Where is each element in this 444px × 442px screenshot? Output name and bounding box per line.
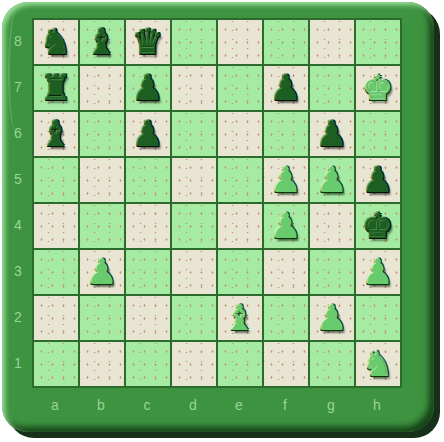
square-c7[interactable]: ♟ <box>126 66 170 110</box>
piece-black-pawn-g6[interactable]: ♟ <box>316 112 347 156</box>
chess-app: 87654321 ♞♝♛♜♟♟♚♝♟♟♟♟♟♟♚♟♟♝♟♞ abcdefgh <box>0 0 444 442</box>
file-label-e: e <box>216 390 262 420</box>
square-g3[interactable] <box>310 250 354 294</box>
square-e6[interactable] <box>218 112 262 156</box>
square-h7[interactable]: ♚ <box>356 66 400 110</box>
piece-black-bishop-a6[interactable]: ♝ <box>40 112 71 156</box>
square-g4[interactable] <box>310 204 354 248</box>
square-e7[interactable] <box>218 66 262 110</box>
square-g5[interactable]: ♟ <box>310 158 354 202</box>
square-d5[interactable] <box>172 158 216 202</box>
square-c6[interactable]: ♟ <box>126 112 170 156</box>
square-d6[interactable] <box>172 112 216 156</box>
square-g2[interactable]: ♟ <box>310 296 354 340</box>
square-e4[interactable] <box>218 204 262 248</box>
piece-black-knight-a8[interactable]: ♞ <box>40 20 71 64</box>
piece-black-pawn-h5[interactable]: ♟ <box>362 158 393 202</box>
piece-white-pawn-f4[interactable]: ♟ <box>270 204 301 248</box>
square-d7[interactable] <box>172 66 216 110</box>
piece-white-knight-h1[interactable]: ♞ <box>362 342 393 386</box>
square-g7[interactable] <box>310 66 354 110</box>
square-a8[interactable]: ♞ <box>34 20 78 64</box>
square-a3[interactable] <box>34 250 78 294</box>
square-c8[interactable]: ♛ <box>126 20 170 64</box>
piece-white-pawn-f5[interactable]: ♟ <box>270 158 301 202</box>
rank-label-2: 2 <box>6 294 30 340</box>
file-label-b: b <box>78 390 124 420</box>
square-d4[interactable] <box>172 204 216 248</box>
file-label-c: c <box>124 390 170 420</box>
piece-black-bishop-b8[interactable]: ♝ <box>86 20 117 64</box>
square-d3[interactable] <box>172 250 216 294</box>
rank-label-8: 8 <box>6 18 30 64</box>
square-a6[interactable]: ♝ <box>34 112 78 156</box>
square-a7[interactable]: ♜ <box>34 66 78 110</box>
board-frame: 87654321 ♞♝♛♜♟♟♚♝♟♟♟♟♟♟♚♟♟♝♟♞ abcdefgh <box>2 2 434 432</box>
square-g8[interactable] <box>310 20 354 64</box>
chess-board[interactable]: ♞♝♛♜♟♟♚♝♟♟♟♟♟♟♚♟♟♝♟♞ <box>32 18 402 388</box>
piece-white-pawn-h3[interactable]: ♟ <box>362 250 393 294</box>
square-f8[interactable] <box>264 20 308 64</box>
rank-label-5: 5 <box>6 156 30 202</box>
piece-white-pawn-b3[interactable]: ♟ <box>86 250 117 294</box>
piece-black-rook-a7[interactable]: ♜ <box>40 66 71 110</box>
square-b6[interactable] <box>80 112 124 156</box>
file-label-h: h <box>354 390 400 420</box>
square-d2[interactable] <box>172 296 216 340</box>
square-e3[interactable] <box>218 250 262 294</box>
square-b1[interactable] <box>80 342 124 386</box>
square-b7[interactable] <box>80 66 124 110</box>
rank-label-1: 1 <box>6 340 30 386</box>
piece-black-pawn-f7[interactable]: ♟ <box>270 66 301 110</box>
square-e5[interactable] <box>218 158 262 202</box>
file-label-a: a <box>32 390 78 420</box>
rank-label-6: 6 <box>6 110 30 156</box>
square-d1[interactable] <box>172 342 216 386</box>
file-label-d: d <box>170 390 216 420</box>
piece-black-queen-c8[interactable]: ♛ <box>132 20 163 64</box>
rank-label-3: 3 <box>6 248 30 294</box>
piece-white-pawn-g5[interactable]: ♟ <box>316 158 347 202</box>
square-e1[interactable] <box>218 342 262 386</box>
square-f6[interactable] <box>264 112 308 156</box>
square-c1[interactable] <box>126 342 170 386</box>
piece-white-bishop-e2[interactable]: ♝ <box>224 296 255 340</box>
file-label-f: f <box>262 390 308 420</box>
square-g6[interactable]: ♟ <box>310 112 354 156</box>
square-h1[interactable]: ♞ <box>356 342 400 386</box>
square-h6[interactable] <box>356 112 400 156</box>
square-h4[interactable]: ♚ <box>356 204 400 248</box>
square-d8[interactable] <box>172 20 216 64</box>
piece-white-king-h7[interactable]: ♚ <box>362 66 393 110</box>
square-a1[interactable] <box>34 342 78 386</box>
square-f7[interactable]: ♟ <box>264 66 308 110</box>
rank-label-4: 4 <box>6 202 30 248</box>
square-e2[interactable]: ♝ <box>218 296 262 340</box>
square-a5[interactable] <box>34 158 78 202</box>
square-h8[interactable] <box>356 20 400 64</box>
square-c4[interactable] <box>126 204 170 248</box>
square-c3[interactable] <box>126 250 170 294</box>
piece-black-pawn-c7[interactable]: ♟ <box>132 66 163 110</box>
piece-black-pawn-c6[interactable]: ♟ <box>132 112 163 156</box>
square-f3[interactable] <box>264 250 308 294</box>
square-b5[interactable] <box>80 158 124 202</box>
file-labels: abcdefgh <box>32 390 402 420</box>
square-f2[interactable] <box>264 296 308 340</box>
square-a4[interactable] <box>34 204 78 248</box>
square-f5[interactable]: ♟ <box>264 158 308 202</box>
square-e8[interactable] <box>218 20 262 64</box>
piece-white-pawn-g2[interactable]: ♟ <box>316 296 347 340</box>
square-h3[interactable]: ♟ <box>356 250 400 294</box>
rank-labels: 87654321 <box>6 18 30 388</box>
square-a2[interactable] <box>34 296 78 340</box>
square-g1[interactable] <box>310 342 354 386</box>
rank-label-7: 7 <box>6 64 30 110</box>
square-c2[interactable] <box>126 296 170 340</box>
square-c5[interactable] <box>126 158 170 202</box>
square-f4[interactable]: ♟ <box>264 204 308 248</box>
square-f1[interactable] <box>264 342 308 386</box>
file-label-g: g <box>308 390 354 420</box>
square-b3[interactable]: ♟ <box>80 250 124 294</box>
square-h5[interactable]: ♟ <box>356 158 400 202</box>
square-b8[interactable]: ♝ <box>80 20 124 64</box>
square-h2[interactable] <box>356 296 400 340</box>
square-b4[interactable] <box>80 204 124 248</box>
square-b2[interactable] <box>80 296 124 340</box>
piece-black-king-h4[interactable]: ♚ <box>362 204 393 248</box>
